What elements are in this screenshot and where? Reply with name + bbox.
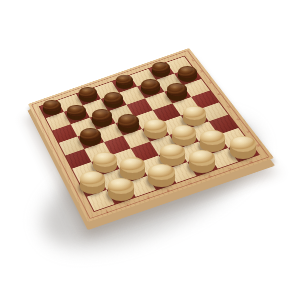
frame-number: 1 (105, 210, 109, 213)
frame-number: 1 (191, 59, 195, 62)
frame-number: 6 (208, 174, 212, 177)
dark-piece[interactable] (118, 114, 139, 127)
dark-piece[interactable] (80, 128, 101, 141)
photo-background: 12345678 12345678 (0, 0, 300, 300)
frame-number: 5 (227, 105, 231, 108)
dark-piece[interactable] (178, 66, 197, 78)
dark-piece[interactable] (104, 92, 123, 104)
frame-number: 4 (218, 93, 222, 96)
dark-piece[interactable] (141, 79, 160, 91)
frame-number: 7 (228, 167, 232, 170)
frame-number: 7 (246, 131, 250, 134)
frame-number: 2 (200, 70, 204, 73)
frame-number: 4 (166, 189, 170, 192)
light-piece[interactable] (93, 152, 117, 167)
dark-piece[interactable] (92, 109, 112, 122)
dark-piece[interactable] (152, 62, 170, 73)
frame-number: 8 (257, 144, 261, 147)
light-piece[interactable] (172, 125, 196, 140)
frame-number: 8 (249, 160, 253, 163)
dark-piece[interactable] (43, 100, 61, 111)
dark-piece[interactable] (79, 87, 97, 98)
frame-number: 5 (187, 182, 191, 185)
frame-number: 3 (146, 196, 150, 199)
frame-number: 2 (125, 203, 129, 206)
frame-number: 3 (209, 81, 213, 84)
frame-number: 6 (236, 118, 240, 121)
light-piece[interactable] (80, 171, 105, 187)
light-piece[interactable] (183, 106, 206, 120)
light-piece[interactable] (144, 119, 167, 133)
dark-piece[interactable] (167, 83, 187, 96)
